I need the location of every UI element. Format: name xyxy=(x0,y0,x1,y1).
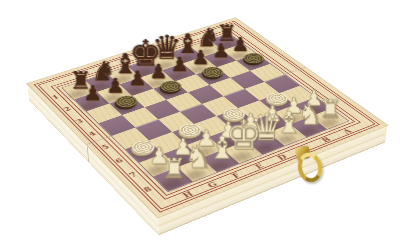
rank-label: 4 xyxy=(87,131,98,138)
piece-glyph: ♟ xyxy=(171,55,189,75)
rank-label: 2 xyxy=(62,106,72,113)
clasp-plate xyxy=(295,145,311,160)
piece-glyph: ♟ xyxy=(83,83,102,104)
scene-3d: HGFEDCBA12345678 ♜♞♝♚♛♝♞♜♟♟♟♟♟♟♟♟♟♟♟♟♟♟♟… xyxy=(0,0,400,247)
piece-glyph: ♜ xyxy=(162,155,187,183)
rank-label: 1 xyxy=(51,94,61,100)
rank-label: 7 xyxy=(128,171,139,179)
piece-glyph: ♟ xyxy=(192,48,210,68)
piece-glyph: ♞ xyxy=(184,143,211,174)
piece-glyph: ♟ xyxy=(106,76,125,97)
file-label: F xyxy=(230,172,242,180)
file-label: H xyxy=(181,190,195,199)
rank-label: 6 xyxy=(114,157,125,164)
file-label: G xyxy=(206,181,219,189)
rank-label: 5 xyxy=(100,144,111,151)
file-label: E xyxy=(253,162,265,170)
product-photo-chess-set: HGFEDCBA12345678 ♜♞♝♚♛♝♞♜♟♟♟♟♟♟♟♟♟♟♟♟♟♟♟… xyxy=(0,0,400,247)
piece-glyph: ♟ xyxy=(128,69,146,90)
rank-label: 8 xyxy=(142,185,154,193)
piece-glyph: ♟ xyxy=(232,35,249,54)
rank-label: 3 xyxy=(75,118,85,125)
chess-board: HGFEDCBA12345678 ♜♞♝♚♛♝♞♜♟♟♟♟♟♟♟♟♟♟♟♟♟♟♟… xyxy=(27,18,387,218)
file-label: A xyxy=(341,128,353,135)
piece-glyph: ♟ xyxy=(212,42,230,62)
file-label: D xyxy=(276,153,289,161)
file-label: B xyxy=(320,136,333,144)
piece-glyph: ♟ xyxy=(150,62,168,82)
